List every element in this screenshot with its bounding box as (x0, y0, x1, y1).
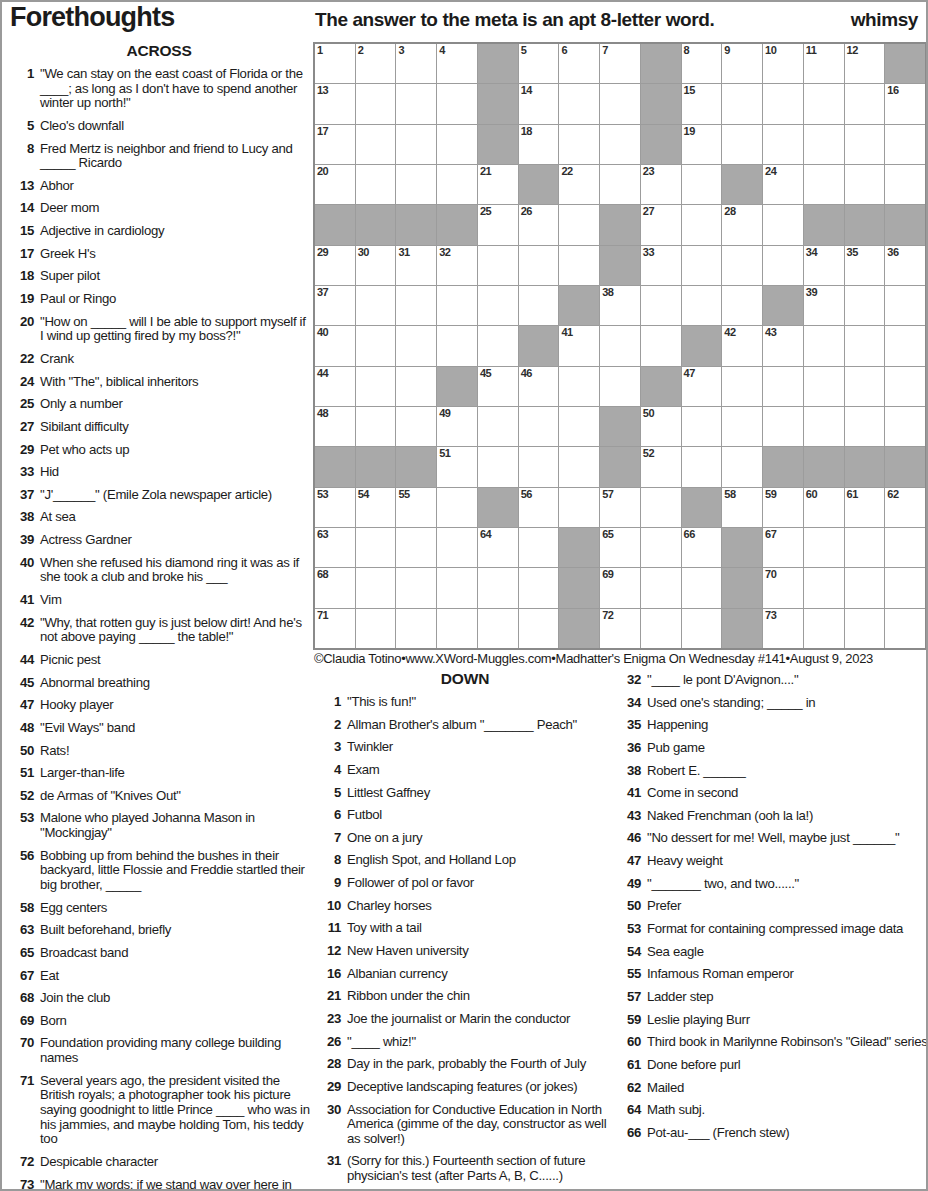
grid-cell[interactable] (396, 609, 436, 648)
grid-cell[interactable]: 28 (722, 205, 762, 244)
block-cell (804, 205, 844, 244)
grid-cell[interactable] (559, 407, 599, 446)
clue-number: 62 (615, 1081, 647, 1096)
block-cell (600, 407, 640, 446)
grid-cell[interactable]: 38 (600, 286, 640, 325)
grid-cell[interactable] (356, 367, 396, 406)
cell-number: 56 (521, 488, 532, 500)
grid-cell[interactable]: 9 (722, 44, 762, 83)
grid-cell[interactable] (437, 568, 477, 607)
grid-cell[interactable] (804, 125, 844, 164)
clue-text: Day in the park, probably the Fourth of … (347, 1057, 615, 1072)
grid-cell[interactable] (519, 568, 559, 607)
grid-cell[interactable] (804, 326, 844, 365)
grid-cell[interactable]: 16 (885, 84, 925, 123)
clue: 5Littlest Gaffney (315, 786, 615, 801)
crossword-grid: 1234567891011121314151617181920212223242… (313, 42, 927, 650)
grid-cell[interactable]: 35 (845, 246, 885, 285)
grid-cell[interactable]: 1 (315, 44, 355, 83)
clue-text: Leslie playing Burr (647, 1013, 928, 1028)
cell-number: 52 (643, 447, 654, 459)
grid-cell[interactable] (804, 367, 844, 406)
grid-cell[interactable]: 40 (315, 326, 355, 365)
grid-cell[interactable]: 13 (315, 84, 355, 123)
grid-cell[interactable]: 48 (315, 407, 355, 446)
clue-number: 5 (8, 119, 40, 134)
cell-number: 7 (602, 44, 608, 56)
grid-cell[interactable] (763, 367, 803, 406)
grid-cell[interactable] (396, 528, 436, 567)
clue-number: 16 (315, 967, 347, 982)
grid-cell[interactable] (396, 568, 436, 607)
clue-text: Hooky player (40, 698, 310, 713)
block-cell (315, 205, 355, 244)
clue-number: 53 (615, 922, 647, 937)
grid-cell[interactable]: 4 (437, 44, 477, 83)
cell-number: 28 (724, 205, 735, 217)
grid-cell[interactable] (559, 488, 599, 527)
grid-cell[interactable]: 7 (600, 44, 640, 83)
grid-cell[interactable] (641, 488, 681, 527)
block-cell (845, 447, 885, 486)
block-cell (559, 568, 599, 607)
grid-cell[interactable]: 41 (559, 326, 599, 365)
grid-cell[interactable] (600, 84, 640, 123)
clue-text: Mailed (647, 1081, 928, 1096)
grid-cell[interactable]: 72 (600, 609, 640, 648)
grid-cell[interactable]: 60 (804, 488, 844, 527)
clue-text: Prefer (647, 899, 928, 914)
grid-cell[interactable] (804, 528, 844, 567)
clue: 41Vim (8, 593, 310, 608)
grid-cell[interactable]: 53 (315, 488, 355, 527)
clue-text: Come in second (647, 786, 928, 801)
cell-number: 21 (480, 165, 491, 177)
block-cell (722, 528, 762, 567)
grid-cell[interactable] (356, 165, 396, 204)
clue-number: 53 (8, 811, 40, 840)
grid-cell[interactable]: 2 (356, 44, 396, 83)
grid-cell[interactable] (356, 84, 396, 123)
grid-cell[interactable] (885, 528, 925, 567)
grid-cell[interactable] (845, 326, 885, 365)
cell-number: 32 (439, 246, 450, 258)
grid-cell[interactable]: 42 (722, 326, 762, 365)
grid-cell[interactable]: 70 (763, 568, 803, 607)
grid-cell[interactable]: 23 (641, 165, 681, 204)
grid-cell[interactable]: 24 (763, 165, 803, 204)
grid-cell[interactable] (478, 447, 518, 486)
grid-cell[interactable]: 15 (682, 84, 722, 123)
grid-cell[interactable] (396, 367, 436, 406)
clue-text: Super pilot (40, 269, 310, 284)
grid-cell[interactable] (641, 568, 681, 607)
grid-cell[interactable]: 25 (478, 205, 518, 244)
block-cell (722, 165, 762, 204)
clue-text: Picnic pest (40, 653, 310, 668)
grid-cell[interactable] (478, 326, 518, 365)
grid-cell[interactable] (559, 367, 599, 406)
clue: 27Sibilant difficulty (8, 420, 310, 435)
clue: 61Done before purl (615, 1058, 928, 1073)
grid-cell[interactable] (804, 568, 844, 607)
grid-cell[interactable] (722, 125, 762, 164)
clue-number: 41 (8, 593, 40, 608)
clue-number: 22 (8, 352, 40, 367)
clue-number: 45 (8, 676, 40, 691)
grid-cell[interactable] (478, 286, 518, 325)
cell-number: 40 (317, 326, 328, 338)
grid-cell[interactable] (763, 246, 803, 285)
grid-cell[interactable]: 11 (804, 44, 844, 83)
clue-number: 7 (315, 831, 347, 846)
grid-cell[interactable] (396, 165, 436, 204)
grid-cell[interactable]: 47 (682, 367, 722, 406)
cell-number: 3 (398, 44, 404, 56)
block-cell (396, 447, 436, 486)
grid-cell[interactable]: 44 (315, 367, 355, 406)
cell-number: 68 (317, 568, 328, 580)
grid-cell[interactable]: 43 (763, 326, 803, 365)
grid-cell[interactable] (682, 447, 722, 486)
grid-cell[interactable] (845, 84, 885, 123)
block-cell (763, 447, 803, 486)
grid-cell[interactable] (804, 407, 844, 446)
clue-number: 54 (615, 945, 647, 960)
grid-cell[interactable] (437, 609, 477, 648)
grid-cell[interactable] (763, 205, 803, 244)
grid-cell[interactable] (519, 447, 559, 486)
grid-cell[interactable]: 54 (356, 488, 396, 527)
grid-cell[interactable]: 65 (600, 528, 640, 567)
grid-cell[interactable] (559, 246, 599, 285)
clue-number: 43 (615, 809, 647, 824)
grid-cell[interactable] (682, 609, 722, 648)
cell-number: 12 (847, 44, 858, 56)
grid-cell[interactable]: 10 (763, 44, 803, 83)
grid-cell[interactable] (845, 609, 885, 648)
grid-cell[interactable]: 45 (478, 367, 518, 406)
block-cell (845, 205, 885, 244)
grid-cell[interactable]: 27 (641, 205, 681, 244)
cell-number: 6 (561, 44, 567, 56)
grid-cell[interactable] (478, 609, 518, 648)
cell-number: 18 (521, 125, 532, 137)
clue: 73"Mark my words; if we stand way over h… (8, 1178, 310, 1191)
grid-cell[interactable]: 17 (315, 125, 355, 164)
grid-cell[interactable] (641, 286, 681, 325)
grid-cell[interactable]: 29 (315, 246, 355, 285)
clue-text: Malone who played Johanna Mason in "Mock… (40, 811, 310, 840)
grid-cell[interactable] (763, 125, 803, 164)
grid-cell[interactable]: 62 (885, 488, 925, 527)
grid-cell[interactable] (682, 286, 722, 325)
grid-cell[interactable] (437, 286, 477, 325)
grid-cell[interactable]: 22 (559, 165, 599, 204)
cell-number: 44 (317, 367, 328, 379)
grid-cell[interactable]: 21 (478, 165, 518, 204)
grid-cell[interactable] (519, 286, 559, 325)
grid-cell[interactable] (845, 568, 885, 607)
grid-cell[interactable]: 14 (519, 84, 559, 123)
grid-cell[interactable] (641, 326, 681, 365)
clue-number: 38 (615, 764, 647, 779)
grid-cell[interactable] (885, 165, 925, 204)
cell-number: 73 (765, 609, 776, 621)
clue: 20"How on _____ will I be able to suppor… (8, 315, 310, 344)
grid-cell[interactable] (437, 165, 477, 204)
grid-cell[interactable] (641, 528, 681, 567)
down-column-2: 32"____ le pont D'Avignon...."34Used one… (615, 670, 928, 1191)
grid-cell[interactable]: 58 (722, 488, 762, 527)
clue-text: Foundation providing many college buildi… (40, 1036, 310, 1065)
block-cell (763, 286, 803, 325)
grid-cell[interactable]: 34 (804, 246, 844, 285)
clue-number: 13 (8, 179, 40, 194)
grid-cell[interactable]: 67 (763, 528, 803, 567)
grid-cell[interactable] (885, 125, 925, 164)
grid-cell[interactable] (356, 326, 396, 365)
grid-cell[interactable] (519, 528, 559, 567)
grid-cell[interactable] (885, 407, 925, 446)
grid-cell[interactable] (804, 84, 844, 123)
grid-cell[interactable]: 63 (315, 528, 355, 567)
grid-cell[interactable] (519, 609, 559, 648)
grid-cell[interactable]: 61 (845, 488, 885, 527)
block-cell (478, 125, 518, 164)
grid-cell[interactable]: 26 (519, 205, 559, 244)
clue-number: 41 (615, 786, 647, 801)
clue-text: Fred Mertz is neighbor and friend to Luc… (40, 142, 310, 171)
clue: 41Come in second (615, 786, 928, 801)
grid-cell[interactable]: 6 (559, 44, 599, 83)
grid-cell[interactable]: 69 (600, 568, 640, 607)
clue: 4Exam (315, 763, 615, 778)
grid-cell[interactable] (519, 246, 559, 285)
clue: 22Crank (8, 352, 310, 367)
grid-cell[interactable] (682, 246, 722, 285)
block-cell (315, 447, 355, 486)
grid-cell[interactable]: 71 (315, 609, 355, 648)
grid-cell[interactable]: 49 (437, 407, 477, 446)
clue-number: 28 (315, 1057, 347, 1072)
grid-cell[interactable] (559, 205, 599, 244)
clue-number: 55 (615, 967, 647, 982)
grid-cell[interactable] (356, 286, 396, 325)
clue-number: 51 (8, 766, 40, 781)
clue-number: 32 (615, 673, 647, 688)
grid-cell[interactable]: 68 (315, 568, 355, 607)
across-section: ACROSS 1"We can stay on the east coast o… (8, 42, 310, 1191)
grid-cell[interactable]: 55 (396, 488, 436, 527)
cell-number: 55 (398, 488, 409, 500)
grid-cell[interactable] (356, 528, 396, 567)
grid-cell[interactable] (845, 125, 885, 164)
grid-cell[interactable] (845, 367, 885, 406)
clue: 38At sea (8, 510, 310, 525)
grid-cell[interactable]: 57 (600, 488, 640, 527)
clue-text: Broadcast band (40, 946, 310, 961)
grid-cell[interactable]: 46 (519, 367, 559, 406)
clue-text: Despicable character (40, 1155, 310, 1170)
grid-cell[interactable] (722, 286, 762, 325)
grid-cell[interactable] (600, 367, 640, 406)
clue: 71Several years ago, the president visit… (8, 1074, 310, 1147)
clue-text: Abnormal breathing (40, 676, 310, 691)
clue-number: 65 (8, 946, 40, 961)
grid-cell[interactable] (396, 125, 436, 164)
clue: 58Egg centers (8, 901, 310, 916)
grid-cell[interactable] (356, 407, 396, 446)
grid-cell[interactable]: 8 (682, 44, 722, 83)
clue: 35Happening (615, 718, 928, 733)
grid-cell[interactable] (804, 609, 844, 648)
clue-text: "J'______" (Emile Zola newspaper article… (40, 488, 310, 503)
grid-cell[interactable]: 18 (519, 125, 559, 164)
grid-cell[interactable] (845, 528, 885, 567)
cell-number: 15 (684, 84, 695, 96)
clue-text: Rats! (40, 744, 310, 759)
grid-cell[interactable]: 66 (682, 528, 722, 567)
grid-cell[interactable] (600, 125, 640, 164)
grid-cell[interactable] (437, 488, 477, 527)
grid-cell[interactable]: 73 (763, 609, 803, 648)
clue-number: 14 (8, 201, 40, 216)
grid-cell[interactable] (600, 326, 640, 365)
grid-cell[interactable] (845, 407, 885, 446)
grid-cell[interactable] (559, 84, 599, 123)
grid-cell[interactable] (437, 326, 477, 365)
grid-cell[interactable]: 56 (519, 488, 559, 527)
clue-number: 57 (615, 990, 647, 1005)
grid-cell[interactable]: 64 (478, 528, 518, 567)
cell-number: 5 (521, 44, 527, 56)
grid-cell[interactable] (682, 165, 722, 204)
grid-cell[interactable]: 30 (356, 246, 396, 285)
grid-cell[interactable] (885, 326, 925, 365)
grid-cell[interactable] (722, 447, 762, 486)
grid-cell[interactable] (396, 407, 436, 446)
block-cell (641, 44, 681, 83)
grid-cell[interactable] (722, 246, 762, 285)
cell-number: 14 (521, 84, 532, 96)
grid-cell[interactable]: 51 (437, 447, 477, 486)
grid-cell[interactable] (804, 165, 844, 204)
grid-cell[interactable] (763, 407, 803, 446)
grid-cell[interactable] (478, 568, 518, 607)
grid-cell[interactable] (845, 165, 885, 204)
clue-number: 21 (315, 989, 347, 1004)
grid-cell[interactable]: 31 (396, 246, 436, 285)
grid-cell[interactable]: 59 (763, 488, 803, 527)
grid-cell[interactable]: 12 (845, 44, 885, 83)
grid-cell[interactable] (396, 326, 436, 365)
grid-cell[interactable] (478, 407, 518, 446)
clue-number: 19 (8, 292, 40, 307)
grid-cell[interactable] (559, 125, 599, 164)
grid-cell[interactable]: 52 (641, 447, 681, 486)
grid-cell[interactable] (722, 367, 762, 406)
clue: 29Pet who acts up (8, 443, 310, 458)
grid-cell[interactable]: 5 (519, 44, 559, 83)
grid-cell[interactable] (885, 367, 925, 406)
grid-cell[interactable] (600, 165, 640, 204)
block-cell (600, 447, 640, 486)
clue-text: Built beforehand, briefly (40, 923, 310, 938)
grid-cell[interactable] (722, 84, 762, 123)
grid-cell[interactable] (682, 407, 722, 446)
cell-number: 60 (806, 488, 817, 500)
grid-cell[interactable] (641, 609, 681, 648)
clue-text: Abhor (40, 179, 310, 194)
grid-cell[interactable] (356, 568, 396, 607)
grid-cell[interactable] (763, 84, 803, 123)
cell-number: 53 (317, 488, 328, 500)
grid-cell[interactable] (478, 246, 518, 285)
grid-cell[interactable]: 36 (885, 246, 925, 285)
grid-cell[interactable] (519, 407, 559, 446)
grid-cell[interactable] (885, 609, 925, 648)
cell-number: 64 (480, 528, 491, 540)
clue: 59Leslie playing Burr (615, 1013, 928, 1028)
clue-text: Follower of pol or favor (347, 876, 615, 891)
down-clue-list-1: 1"This is fun!"2Allman Brother's album "… (315, 695, 615, 1184)
meta-word: whimsy (851, 9, 918, 31)
grid-cell[interactable]: 32 (437, 246, 477, 285)
clue: 43Naked Frenchman (ooh la la!) (615, 809, 928, 824)
grid-cell[interactable] (437, 125, 477, 164)
clue: 60Third book in Marilynne Robinson's "Gi… (615, 1035, 928, 1050)
grid-cell[interactable]: 20 (315, 165, 355, 204)
grid-cell[interactable] (885, 568, 925, 607)
clue-number: 5 (315, 786, 347, 801)
clue: 51Larger-than-life (8, 766, 310, 781)
clue: 25Only a number (8, 397, 310, 412)
grid-cell[interactable]: 19 (682, 125, 722, 164)
grid-cell[interactable] (559, 447, 599, 486)
grid-cell[interactable]: 33 (641, 246, 681, 285)
cell-number: 34 (806, 246, 817, 258)
clue-number: 49 (615, 877, 647, 892)
clue-text: Hid (40, 465, 310, 480)
grid-cell[interactable] (356, 609, 396, 648)
cell-number: 2 (358, 44, 364, 56)
grid-cell[interactable] (437, 84, 477, 123)
grid-cell[interactable] (682, 568, 722, 607)
grid-cell[interactable] (437, 528, 477, 567)
clue: 8English Spot, and Holland Lop (315, 853, 615, 868)
clue: 12New Haven university (315, 944, 615, 959)
clue-text: Deer mom (40, 201, 310, 216)
grid-cell[interactable] (845, 286, 885, 325)
grid-cell[interactable] (885, 286, 925, 325)
grid-cell[interactable]: 3 (396, 44, 436, 83)
clue-text: Futbol (347, 808, 615, 823)
grid-cell[interactable]: 37 (315, 286, 355, 325)
grid-cell[interactable] (356, 125, 396, 164)
clue-text: Eat (40, 969, 310, 984)
clue: 57Ladder step (615, 990, 928, 1005)
grid-cell[interactable] (396, 286, 436, 325)
grid-cell[interactable] (722, 407, 762, 446)
grid-cell[interactable]: 50 (641, 407, 681, 446)
grid-cell[interactable] (396, 84, 436, 123)
clue-text: Exam (347, 763, 615, 778)
grid-cell[interactable] (682, 205, 722, 244)
clue-number: 36 (615, 741, 647, 756)
clue-number: 3 (315, 740, 347, 755)
grid-cell[interactable]: 39 (804, 286, 844, 325)
